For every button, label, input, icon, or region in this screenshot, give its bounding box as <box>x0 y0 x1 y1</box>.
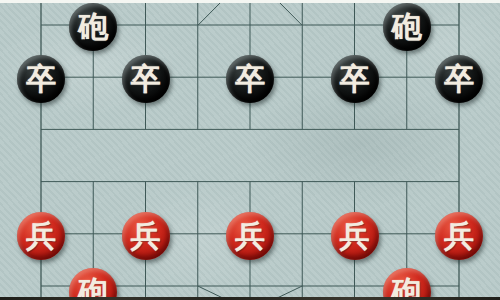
top-white-border <box>0 0 500 3</box>
piece-glyph: 兵 <box>444 221 474 251</box>
xiangqi-board[interactable]: 砲砲卒卒卒卒卒兵兵兵兵兵砲砲 <box>0 0 500 300</box>
piece-red-soldier[interactable]: 兵 <box>435 212 483 260</box>
piece-black-soldier[interactable]: 卒 <box>122 55 170 103</box>
piece-black-soldier[interactable]: 卒 <box>435 55 483 103</box>
xiangqi-board-screenshot: 砲砲卒卒卒卒卒兵兵兵兵兵砲砲 <box>0 0 500 300</box>
piece-glyph: 卒 <box>444 64 474 94</box>
piece-glyph: 兵 <box>340 221 370 251</box>
piece-glyph: 卒 <box>131 64 161 94</box>
piece-black-soldier[interactable]: 卒 <box>17 55 65 103</box>
piece-black-cannon[interactable]: 砲 <box>383 3 431 51</box>
piece-red-soldier[interactable]: 兵 <box>122 212 170 260</box>
piece-red-soldier[interactable]: 兵 <box>226 212 274 260</box>
piece-glyph: 卒 <box>26 64 56 94</box>
piece-glyph: 砲 <box>78 12 108 42</box>
piece-glyph: 卒 <box>235 64 265 94</box>
piece-glyph: 卒 <box>340 64 370 94</box>
piece-black-soldier[interactable]: 卒 <box>226 55 274 103</box>
piece-black-cannon[interactable]: 砲 <box>69 3 117 51</box>
piece-glyph: 兵 <box>131 221 161 251</box>
piece-red-cannon[interactable]: 砲 <box>69 268 117 300</box>
piece-black-soldier[interactable]: 卒 <box>331 55 379 103</box>
piece-red-soldier[interactable]: 兵 <box>331 212 379 260</box>
piece-glyph: 兵 <box>26 221 56 251</box>
piece-red-soldier[interactable]: 兵 <box>17 212 65 260</box>
pieces-grid: 砲砲卒卒卒卒卒兵兵兵兵兵砲砲 <box>15 0 485 300</box>
piece-red-cannon[interactable]: 砲 <box>383 268 431 300</box>
piece-glyph: 兵 <box>235 221 265 251</box>
piece-glyph: 砲 <box>392 12 422 42</box>
